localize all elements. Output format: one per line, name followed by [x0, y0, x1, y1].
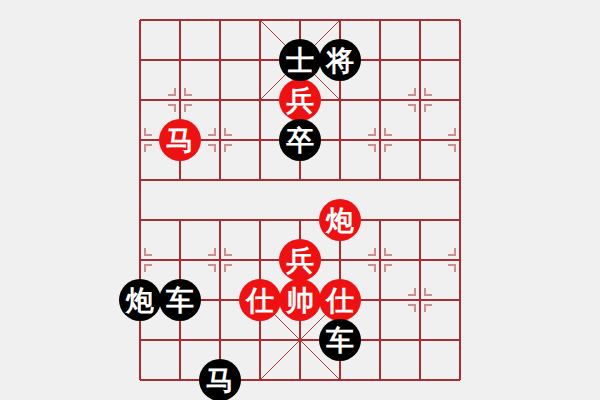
piece-label: 士 [286, 47, 314, 75]
piece-label: 仕 [246, 287, 274, 315]
piece-label: 卒 [286, 127, 314, 155]
piece-red-cannon[interactable]: 炮 [319, 199, 361, 241]
xiangqi-board: 马兵兵炮仕帅仕士将卒炮车车马 [0, 0, 600, 400]
piece-label: 炮 [126, 287, 154, 315]
piece-red-advisor[interactable]: 仕 [319, 279, 361, 321]
piece-black-horse[interactable]: 马 [199, 359, 241, 400]
piece-label: 车 [166, 287, 194, 315]
piece-black-advisor[interactable]: 士 [279, 39, 321, 81]
piece-red-soldier[interactable]: 兵 [279, 79, 321, 121]
piece-black-general[interactable]: 将 [319, 39, 361, 81]
piece-red-advisor[interactable]: 仕 [239, 279, 281, 321]
piece-label: 马 [206, 367, 234, 395]
piece-label: 兵 [286, 87, 314, 115]
piece-red-horse[interactable]: 马 [159, 119, 201, 161]
piece-red-general[interactable]: 帅 [279, 279, 321, 321]
piece-black-chariot[interactable]: 车 [159, 279, 201, 321]
piece-label: 炮 [326, 207, 354, 235]
piece-label: 帅 [286, 287, 314, 315]
piece-black-cannon[interactable]: 炮 [119, 279, 161, 321]
piece-label: 马 [166, 127, 194, 155]
piece-label: 仕 [326, 287, 354, 315]
xiangqi-app: 马兵兵炮仕帅仕士将卒炮车车马 [0, 0, 600, 400]
piece-label: 车 [326, 327, 354, 355]
piece-black-chariot[interactable]: 车 [319, 319, 361, 361]
piece-black-soldier[interactable]: 卒 [279, 119, 321, 161]
board-pieces: 马兵兵炮仕帅仕士将卒炮车车马 [120, 0, 480, 400]
piece-label: 将 [326, 47, 354, 75]
piece-red-soldier[interactable]: 兵 [279, 239, 321, 281]
piece-label: 兵 [286, 247, 314, 275]
